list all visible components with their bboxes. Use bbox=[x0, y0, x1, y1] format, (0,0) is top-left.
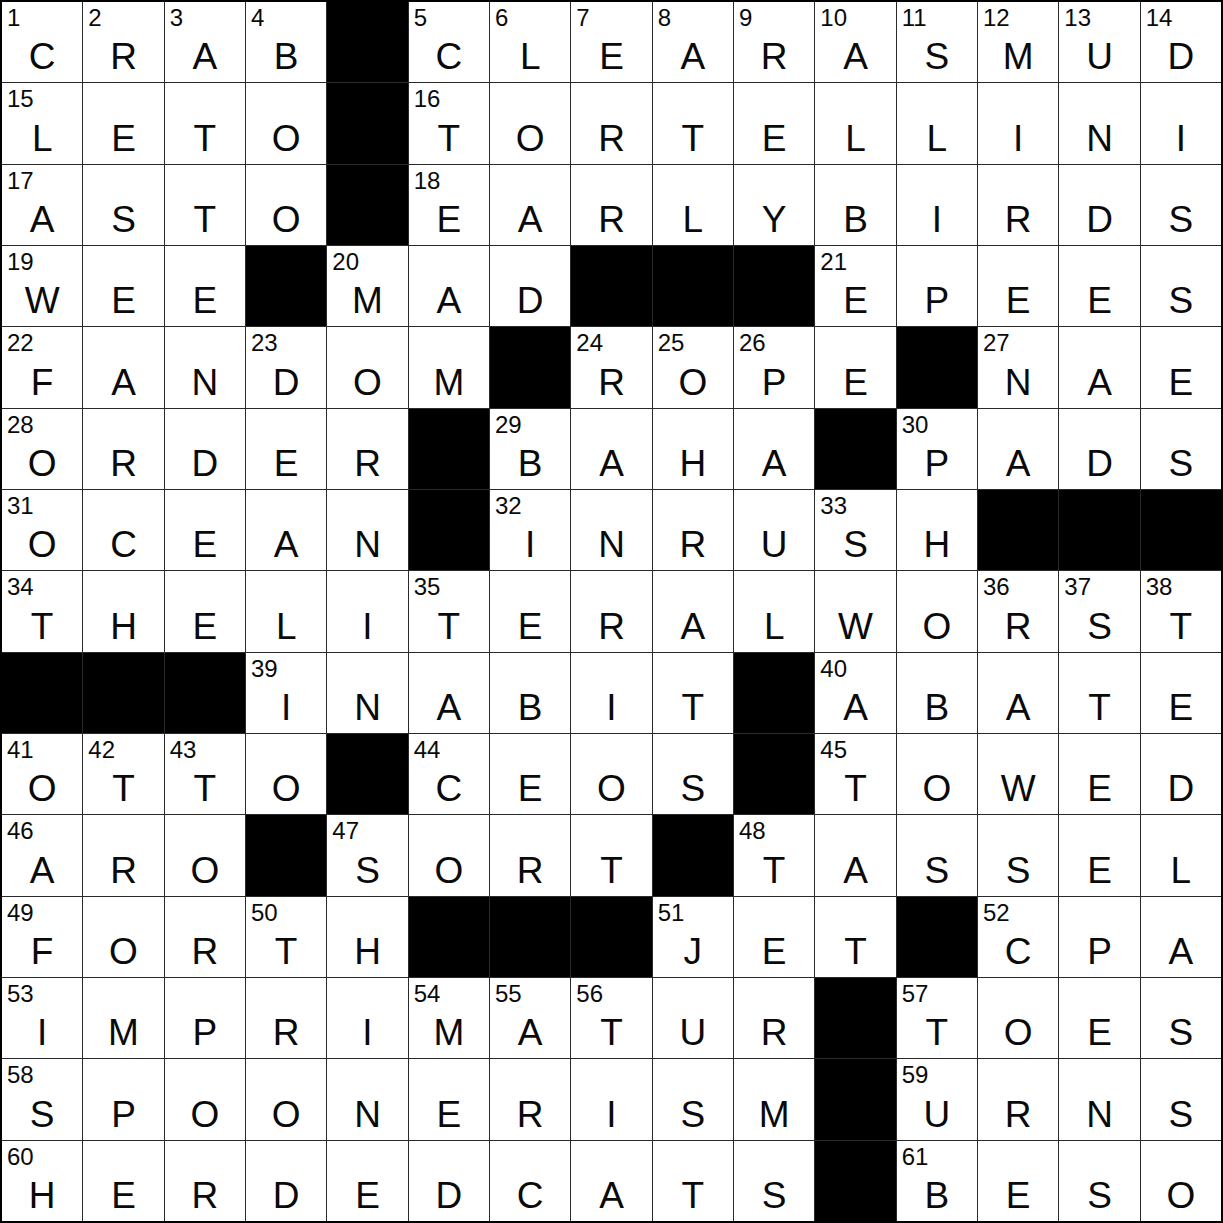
cell-r6c7[interactable]: 29B bbox=[490, 409, 570, 489]
cell-letter: N bbox=[978, 364, 1058, 401]
cell-r13c14[interactable]: E bbox=[1059, 978, 1139, 1058]
cell-r12c10[interactable]: E bbox=[734, 897, 814, 977]
cell-r11c11[interactable]: A bbox=[815, 815, 895, 895]
cell-r2c2[interactable]: E bbox=[83, 83, 163, 163]
cell-r7c10[interactable]: U bbox=[734, 490, 814, 570]
cell-r13c4[interactable]: R bbox=[246, 978, 326, 1058]
clue-number-55: 55 bbox=[495, 981, 522, 1007]
cell-r5c6[interactable]: M bbox=[409, 327, 489, 407]
cell-r6c5[interactable]: R bbox=[327, 409, 407, 489]
cell-r1c15[interactable]: 14D bbox=[1141, 2, 1221, 82]
cell-letter: D bbox=[165, 445, 245, 482]
cell-letter: E bbox=[1059, 770, 1139, 807]
cell-r14c9[interactable]: S bbox=[653, 1059, 733, 1139]
cell-letter: C bbox=[2, 38, 82, 75]
cell-r10c1[interactable]: 41O bbox=[2, 734, 82, 814]
clue-number-38: 38 bbox=[1146, 574, 1173, 600]
clue-number-51: 51 bbox=[658, 900, 685, 926]
cell-r15c8[interactable]: A bbox=[571, 1141, 651, 1221]
cell-letter: L bbox=[734, 608, 814, 645]
cell-r15c4[interactable]: D bbox=[246, 1141, 326, 1221]
cell-letter: I bbox=[897, 201, 977, 238]
cell-r9c12[interactable]: B bbox=[897, 653, 977, 733]
cell-r1c6[interactable]: 5C bbox=[409, 2, 489, 82]
cell-r8c7[interactable]: E bbox=[490, 571, 570, 651]
cell-r14c2[interactable]: P bbox=[83, 1059, 163, 1139]
cell-r5c15[interactable]: E bbox=[1141, 327, 1221, 407]
cell-r3c13[interactable]: R bbox=[978, 165, 1058, 245]
cell-r7c3[interactable]: E bbox=[165, 490, 245, 570]
cell-r13c2[interactable]: M bbox=[83, 978, 163, 1058]
black-square-r12c8 bbox=[571, 897, 651, 977]
cell-r2c3[interactable]: T bbox=[165, 83, 245, 163]
cell-r10c11[interactable]: 45T bbox=[815, 734, 895, 814]
cell-r5c2[interactable]: A bbox=[83, 327, 163, 407]
cell-letter: R bbox=[978, 201, 1058, 238]
cell-r11c13[interactable]: S bbox=[978, 815, 1058, 895]
cell-r6c14[interactable]: D bbox=[1059, 409, 1139, 489]
cell-letter: N bbox=[327, 689, 407, 726]
cell-letter: E bbox=[1141, 364, 1221, 401]
cell-r8c13[interactable]: 36R bbox=[978, 571, 1058, 651]
cell-r15c13[interactable]: E bbox=[978, 1141, 1058, 1221]
cell-r11c12[interactable]: S bbox=[897, 815, 977, 895]
clue-number-4: 4 bbox=[251, 5, 264, 31]
cell-r6c13[interactable]: A bbox=[978, 409, 1058, 489]
cell-r1c9[interactable]: 8A bbox=[653, 2, 733, 82]
cell-letter: A bbox=[571, 445, 651, 482]
cell-letter: O bbox=[327, 364, 407, 401]
cell-r5c1[interactable]: 22F bbox=[2, 327, 82, 407]
cell-r14c6[interactable]: E bbox=[409, 1059, 489, 1139]
cell-letter: A bbox=[653, 608, 733, 645]
cell-r3c3[interactable]: T bbox=[165, 165, 245, 245]
cell-r13c1[interactable]: 53I bbox=[2, 978, 82, 1058]
cell-r9c4[interactable]: 39I bbox=[246, 653, 326, 733]
clue-number-2: 2 bbox=[88, 5, 101, 31]
clue-number-21: 21 bbox=[820, 249, 847, 275]
cell-letter: R bbox=[571, 608, 651, 645]
cell-r3c7[interactable]: A bbox=[490, 165, 570, 245]
cell-r4c14[interactable]: E bbox=[1059, 246, 1139, 326]
cell-r3c6[interactable]: 18E bbox=[409, 165, 489, 245]
cell-r5c4[interactable]: 23D bbox=[246, 327, 326, 407]
clue-number-29: 29 bbox=[495, 412, 522, 438]
black-square-r1c5 bbox=[327, 2, 407, 82]
cell-r3c1[interactable]: 17A bbox=[2, 165, 82, 245]
cell-r8c10[interactable]: L bbox=[734, 571, 814, 651]
cell-r8c5[interactable]: I bbox=[327, 571, 407, 651]
clue-number-14: 14 bbox=[1146, 5, 1173, 31]
cell-letter: E bbox=[815, 282, 895, 319]
cell-r14c5[interactable]: N bbox=[327, 1059, 407, 1139]
cell-r11c3[interactable]: O bbox=[165, 815, 245, 895]
cell-letter: A bbox=[1141, 933, 1221, 970]
cell-r6c9[interactable]: H bbox=[653, 409, 733, 489]
cell-r9c15[interactable]: E bbox=[1141, 653, 1221, 733]
cell-letter: R bbox=[734, 1014, 814, 1051]
cell-r2c9[interactable]: T bbox=[653, 83, 733, 163]
cell-r4c7[interactable]: D bbox=[490, 246, 570, 326]
cell-r11c1[interactable]: 46A bbox=[2, 815, 82, 895]
cell-letter: A bbox=[1059, 364, 1139, 401]
cell-r12c2[interactable]: O bbox=[83, 897, 163, 977]
cell-r3c15[interactable]: S bbox=[1141, 165, 1221, 245]
cell-r8c11[interactable]: W bbox=[815, 571, 895, 651]
cell-r4c1[interactable]: 19W bbox=[2, 246, 82, 326]
clue-number-16: 16 bbox=[414, 86, 441, 112]
cell-r8c1[interactable]: 34T bbox=[2, 571, 82, 651]
cell-r7c5[interactable]: N bbox=[327, 490, 407, 570]
cell-r5c14[interactable]: A bbox=[1059, 327, 1139, 407]
cell-letter: T bbox=[165, 120, 245, 157]
cell-r2c13[interactable]: I bbox=[978, 83, 1058, 163]
clue-number-7: 7 bbox=[576, 5, 589, 31]
cell-r12c13[interactable]: 52C bbox=[978, 897, 1058, 977]
cell-r5c11[interactable]: E bbox=[815, 327, 895, 407]
cell-r13c3[interactable]: P bbox=[165, 978, 245, 1058]
cell-letter: E bbox=[734, 120, 814, 157]
cell-r3c14[interactable]: D bbox=[1059, 165, 1139, 245]
clue-number-50: 50 bbox=[251, 900, 278, 926]
cell-r15c6[interactable]: D bbox=[409, 1141, 489, 1221]
cell-r2c15[interactable]: I bbox=[1141, 83, 1221, 163]
cell-r6c1[interactable]: 28O bbox=[2, 409, 82, 489]
cell-r7c2[interactable]: C bbox=[83, 490, 163, 570]
cell-letter: R bbox=[734, 38, 814, 75]
cell-letter: E bbox=[978, 282, 1058, 319]
cell-r14c14[interactable]: N bbox=[1059, 1059, 1139, 1139]
cell-r1c14[interactable]: 13U bbox=[1059, 2, 1139, 82]
cell-r12c5[interactable]: H bbox=[327, 897, 407, 977]
cell-r3c12[interactable]: I bbox=[897, 165, 977, 245]
cell-r5c9[interactable]: 25O bbox=[653, 327, 733, 407]
cell-r7c4[interactable]: A bbox=[246, 490, 326, 570]
cell-r6c3[interactable]: D bbox=[165, 409, 245, 489]
cell-letter: R bbox=[571, 201, 651, 238]
cell-letter: R bbox=[165, 1177, 245, 1214]
cell-r8c14[interactable]: 37S bbox=[1059, 571, 1139, 651]
cell-r1c3[interactable]: 3A bbox=[165, 2, 245, 82]
cell-r3c9[interactable]: L bbox=[653, 165, 733, 245]
cell-r3c8[interactable]: R bbox=[571, 165, 651, 245]
cell-r13c9[interactable]: U bbox=[653, 978, 733, 1058]
cell-r14c10[interactable]: M bbox=[734, 1059, 814, 1139]
cell-r10c14[interactable]: E bbox=[1059, 734, 1139, 814]
cell-r4c15[interactable]: S bbox=[1141, 246, 1221, 326]
cell-r4c2[interactable]: E bbox=[83, 246, 163, 326]
cell-r11c8[interactable]: T bbox=[571, 815, 651, 895]
cell-r1c2[interactable]: 2R bbox=[83, 2, 163, 82]
cell-r15c2[interactable]: E bbox=[83, 1141, 163, 1221]
cell-letter: T bbox=[1059, 689, 1139, 726]
cell-letter: N bbox=[327, 526, 407, 563]
cell-r10c13[interactable]: W bbox=[978, 734, 1058, 814]
cell-letter: A bbox=[978, 689, 1058, 726]
cell-r13c13[interactable]: O bbox=[978, 978, 1058, 1058]
cell-letter: S bbox=[815, 526, 895, 563]
cell-r12c9[interactable]: 51J bbox=[653, 897, 733, 977]
clue-number-53: 53 bbox=[7, 981, 34, 1007]
cell-letter: A bbox=[815, 852, 895, 889]
cell-r10c9[interactable]: S bbox=[653, 734, 733, 814]
cell-letter: M bbox=[409, 1014, 489, 1051]
cell-r4c12[interactable]: P bbox=[897, 246, 977, 326]
cell-r2c11[interactable]: L bbox=[815, 83, 895, 163]
cell-r6c12[interactable]: 30P bbox=[897, 409, 977, 489]
black-square-r15c11 bbox=[815, 1141, 895, 1221]
cell-r8c8[interactable]: R bbox=[571, 571, 651, 651]
black-square-r4c4 bbox=[246, 246, 326, 326]
cell-r2c14[interactable]: N bbox=[1059, 83, 1139, 163]
cell-r12c1[interactable]: 49F bbox=[2, 897, 82, 977]
black-square-r13c11 bbox=[815, 978, 895, 1058]
clue-number-34: 34 bbox=[7, 574, 34, 600]
cell-letter: R bbox=[83, 38, 163, 75]
cell-r8c12[interactable]: O bbox=[897, 571, 977, 651]
cell-r15c15[interactable]: O bbox=[1141, 1141, 1221, 1221]
cell-r15c7[interactable]: C bbox=[490, 1141, 570, 1221]
cell-r8c2[interactable]: H bbox=[83, 571, 163, 651]
cell-letter: C bbox=[978, 933, 1058, 970]
cell-r12c3[interactable]: R bbox=[165, 897, 245, 977]
cell-r8c9[interactable]: A bbox=[653, 571, 733, 651]
cell-r10c7[interactable]: E bbox=[490, 734, 570, 814]
cell-r11c15[interactable]: L bbox=[1141, 815, 1221, 895]
cell-letter: B bbox=[246, 38, 326, 75]
cell-letter: C bbox=[490, 1177, 570, 1214]
cell-r13c5[interactable]: I bbox=[327, 978, 407, 1058]
cell-r3c4[interactable]: O bbox=[246, 165, 326, 245]
cell-r1c8[interactable]: 7E bbox=[571, 2, 651, 82]
cell-letter: S bbox=[653, 770, 733, 807]
clue-number-30: 30 bbox=[902, 412, 929, 438]
cell-r15c12[interactable]: 61B bbox=[897, 1141, 977, 1221]
cell-r10c2[interactable]: 42T bbox=[83, 734, 163, 814]
cell-r6c15[interactable]: S bbox=[1141, 409, 1221, 489]
clue-number-24: 24 bbox=[576, 330, 603, 356]
cell-r15c14[interactable]: S bbox=[1059, 1141, 1139, 1221]
cell-r9c8[interactable]: I bbox=[571, 653, 651, 733]
cell-r13c10[interactable]: R bbox=[734, 978, 814, 1058]
cell-r2c7[interactable]: O bbox=[490, 83, 570, 163]
cell-r1c4[interactable]: 4B bbox=[246, 2, 326, 82]
cell-r8c6[interactable]: 35T bbox=[409, 571, 489, 651]
cell-r14c7[interactable]: R bbox=[490, 1059, 570, 1139]
cell-letter: D bbox=[1059, 445, 1139, 482]
black-square-r12c12 bbox=[897, 897, 977, 977]
cell-letter: E bbox=[490, 608, 570, 645]
cell-r2c10[interactable]: E bbox=[734, 83, 814, 163]
cell-r9c11[interactable]: 40A bbox=[815, 653, 895, 733]
black-square-r6c11 bbox=[815, 409, 895, 489]
cell-r9c5[interactable]: N bbox=[327, 653, 407, 733]
cell-r11c2[interactable]: R bbox=[83, 815, 163, 895]
cell-r6c4[interactable]: E bbox=[246, 409, 326, 489]
cell-r13c8[interactable]: 56T bbox=[571, 978, 651, 1058]
cell-r8c15[interactable]: 38T bbox=[1141, 571, 1221, 651]
clue-number-56: 56 bbox=[576, 981, 603, 1007]
cell-r10c6[interactable]: 44C bbox=[409, 734, 489, 814]
cell-r4c3[interactable]: E bbox=[165, 246, 245, 326]
cell-r13c15[interactable]: S bbox=[1141, 978, 1221, 1058]
cell-r3c10[interactable]: Y bbox=[734, 165, 814, 245]
cell-letter: L bbox=[246, 608, 326, 645]
black-square-r9c1 bbox=[2, 653, 82, 733]
cell-letter: B bbox=[815, 201, 895, 238]
cell-letter: T bbox=[409, 120, 489, 157]
cell-r5c10[interactable]: 26P bbox=[734, 327, 814, 407]
cell-letter: U bbox=[1059, 38, 1139, 75]
cell-letter: W bbox=[978, 770, 1058, 807]
cell-r14c4[interactable]: O bbox=[246, 1059, 326, 1139]
cell-r3c2[interactable]: S bbox=[83, 165, 163, 245]
cell-letter: R bbox=[490, 1096, 570, 1133]
cell-r11c14[interactable]: E bbox=[1059, 815, 1139, 895]
cell-letter: I bbox=[327, 608, 407, 645]
cell-r10c8[interactable]: O bbox=[571, 734, 651, 814]
cell-r1c11[interactable]: 10A bbox=[815, 2, 895, 82]
cell-r9c6[interactable]: A bbox=[409, 653, 489, 733]
cell-r11c7[interactable]: R bbox=[490, 815, 570, 895]
cell-letter: O bbox=[246, 770, 326, 807]
cell-r14c1[interactable]: 58S bbox=[2, 1059, 82, 1139]
cell-r4c6[interactable]: A bbox=[409, 246, 489, 326]
cell-r2c12[interactable]: L bbox=[897, 83, 977, 163]
black-square-r5c7 bbox=[490, 327, 570, 407]
cell-letter: S bbox=[327, 852, 407, 889]
black-square-r10c10 bbox=[734, 734, 814, 814]
cell-letter: M bbox=[327, 282, 407, 319]
cell-r9c7[interactable]: B bbox=[490, 653, 570, 733]
cell-letter: U bbox=[897, 1096, 977, 1133]
cell-letter: T bbox=[897, 1014, 977, 1051]
cell-letter: N bbox=[1059, 1096, 1139, 1133]
cell-r12c4[interactable]: 50T bbox=[246, 897, 326, 977]
cell-r13c12[interactable]: 57T bbox=[897, 978, 977, 1058]
cell-r13c7[interactable]: 55A bbox=[490, 978, 570, 1058]
cell-r14c12[interactable]: 59U bbox=[897, 1059, 977, 1139]
cell-letter: A bbox=[2, 201, 82, 238]
cell-r5c8[interactable]: 24R bbox=[571, 327, 651, 407]
cell-letter: B bbox=[897, 1177, 977, 1214]
cell-letter: T bbox=[1141, 608, 1221, 645]
cell-r10c12[interactable]: O bbox=[897, 734, 977, 814]
cell-r6c8[interactable]: A bbox=[571, 409, 651, 489]
cell-r9c9[interactable]: T bbox=[653, 653, 733, 733]
cell-r2c6[interactable]: 16T bbox=[409, 83, 489, 163]
cell-letter: S bbox=[1141, 201, 1221, 238]
cell-r1c1[interactable]: 1C bbox=[2, 2, 82, 82]
cell-r7c8[interactable]: N bbox=[571, 490, 651, 570]
black-square-r5c12 bbox=[897, 327, 977, 407]
cell-r11c5[interactable]: 47S bbox=[327, 815, 407, 895]
cell-r6c10[interactable]: A bbox=[734, 409, 814, 489]
cell-r7c12[interactable]: H bbox=[897, 490, 977, 570]
cell-r1c10[interactable]: 9R bbox=[734, 2, 814, 82]
cell-letter: D bbox=[246, 1177, 326, 1214]
cell-r11c10[interactable]: 48T bbox=[734, 815, 814, 895]
cell-r10c3[interactable]: 43T bbox=[165, 734, 245, 814]
cell-letter: B bbox=[490, 689, 570, 726]
cell-r2c8[interactable]: R bbox=[571, 83, 651, 163]
cell-r11c6[interactable]: O bbox=[409, 815, 489, 895]
clue-number-40: 40 bbox=[820, 656, 847, 682]
cell-r7c1[interactable]: 31O bbox=[2, 490, 82, 570]
cell-r15c10[interactable]: S bbox=[734, 1141, 814, 1221]
cell-r2c1[interactable]: 15L bbox=[2, 83, 82, 163]
cell-r4c11[interactable]: 21E bbox=[815, 246, 895, 326]
cell-r1c12[interactable]: 11S bbox=[897, 2, 977, 82]
cell-letter: R bbox=[490, 852, 570, 889]
clue-number-39: 39 bbox=[251, 656, 278, 682]
cell-r13c6[interactable]: 54M bbox=[409, 978, 489, 1058]
cell-letter: O bbox=[978, 1014, 1058, 1051]
cell-letter: D bbox=[409, 1177, 489, 1214]
clue-number-13: 13 bbox=[1064, 5, 1091, 31]
cell-r8c4[interactable]: L bbox=[246, 571, 326, 651]
cell-r8c3[interactable]: E bbox=[165, 571, 245, 651]
cell-letter: E bbox=[165, 526, 245, 563]
cell-r7c9[interactable]: R bbox=[653, 490, 733, 570]
cell-letter: P bbox=[734, 364, 814, 401]
cell-r3c11[interactable]: B bbox=[815, 165, 895, 245]
cell-r12c11[interactable]: T bbox=[815, 897, 895, 977]
cell-r4c13[interactable]: E bbox=[978, 246, 1058, 326]
cell-letter: H bbox=[83, 608, 163, 645]
cell-letter: E bbox=[83, 120, 163, 157]
cell-r12c15[interactable]: A bbox=[1141, 897, 1221, 977]
cell-r15c1[interactable]: 60H bbox=[2, 1141, 82, 1221]
cell-letter: T bbox=[734, 852, 814, 889]
cell-r5c13[interactable]: 27N bbox=[978, 327, 1058, 407]
clue-number-41: 41 bbox=[7, 737, 34, 763]
cell-r15c5[interactable]: E bbox=[327, 1141, 407, 1221]
cell-r10c4[interactable]: O bbox=[246, 734, 326, 814]
cell-r1c7[interactable]: 6L bbox=[490, 2, 570, 82]
cell-r1c13[interactable]: 12M bbox=[978, 2, 1058, 82]
cell-r15c3[interactable]: R bbox=[165, 1141, 245, 1221]
cell-letter: E bbox=[1059, 282, 1139, 319]
clue-number-57: 57 bbox=[902, 981, 929, 1007]
cell-r10c15[interactable]: D bbox=[1141, 734, 1221, 814]
cell-r5c5[interactable]: O bbox=[327, 327, 407, 407]
cell-letter: T bbox=[653, 1177, 733, 1214]
black-square-r7c15 bbox=[1141, 490, 1221, 570]
cell-r14c8[interactable]: I bbox=[571, 1059, 651, 1139]
black-square-r11c4 bbox=[246, 815, 326, 895]
cell-letter: O bbox=[165, 852, 245, 889]
cell-r15c9[interactable]: T bbox=[653, 1141, 733, 1221]
cell-r14c15[interactable]: S bbox=[1141, 1059, 1221, 1139]
cell-r12c14[interactable]: P bbox=[1059, 897, 1139, 977]
cell-r14c3[interactable]: O bbox=[165, 1059, 245, 1139]
clue-number-33: 33 bbox=[820, 493, 847, 519]
cell-r5c3[interactable]: N bbox=[165, 327, 245, 407]
cell-letter: E bbox=[83, 282, 163, 319]
cell-r14c13[interactable]: R bbox=[978, 1059, 1058, 1139]
cell-letter: O bbox=[246, 120, 326, 157]
cell-r7c7[interactable]: 32I bbox=[490, 490, 570, 570]
cell-r2c4[interactable]: O bbox=[246, 83, 326, 163]
cell-r7c11[interactable]: 33S bbox=[815, 490, 895, 570]
cell-letter: T bbox=[815, 770, 895, 807]
cell-r6c2[interactable]: R bbox=[83, 409, 163, 489]
cell-r9c14[interactable]: T bbox=[1059, 653, 1139, 733]
cell-r9c13[interactable]: A bbox=[978, 653, 1058, 733]
cell-letter: I bbox=[490, 526, 570, 563]
cell-r4c5[interactable]: 20M bbox=[327, 246, 407, 326]
